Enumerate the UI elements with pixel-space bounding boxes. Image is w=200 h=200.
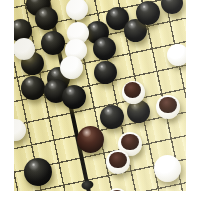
white-stone-dark-center[interactable] — [106, 150, 130, 174]
black-stone[interactable] — [100, 105, 124, 129]
black-stone[interactable] — [62, 85, 86, 109]
black-stone[interactable] — [24, 158, 52, 186]
screenshot-root: { "game": "go", "scene": { "description"… — [0, 0, 200, 200]
black-stone[interactable] — [94, 61, 117, 84]
go-board-photo — [14, 0, 186, 191]
white-stone[interactable] — [167, 44, 186, 66]
black-stone[interactable] — [93, 37, 116, 60]
hinge-knob — [80, 180, 94, 191]
white-stone-dark-center[interactable] — [122, 81, 145, 104]
white-stone[interactable] — [14, 38, 35, 60]
white-stone-dark-center[interactable] — [156, 95, 180, 119]
black-stone[interactable] — [136, 1, 160, 25]
white-stone[interactable] — [60, 56, 83, 79]
black-stone[interactable] — [21, 76, 45, 100]
black-stone[interactable] — [41, 31, 65, 55]
white-stone[interactable] — [154, 155, 181, 182]
black-stone-maroon-top[interactable] — [77, 126, 104, 153]
black-stone[interactable] — [35, 7, 58, 30]
